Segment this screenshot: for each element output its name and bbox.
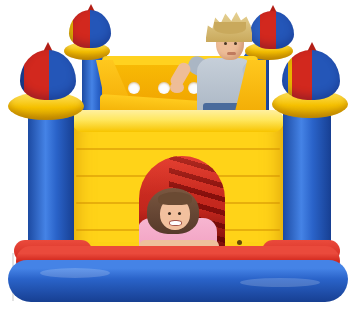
girl-hair-fringe bbox=[158, 192, 192, 205]
entrance-arch bbox=[139, 156, 225, 254]
boy-left-eye bbox=[224, 42, 227, 45]
boy-mouth bbox=[227, 52, 236, 55]
base-highlight bbox=[240, 278, 320, 287]
base-highlight bbox=[40, 268, 110, 278]
girl-left-eye bbox=[168, 212, 171, 215]
porthole-1 bbox=[128, 82, 140, 94]
front-right-tower-dome bbox=[282, 50, 340, 100]
air-valve bbox=[237, 240, 242, 245]
girl-mouth bbox=[170, 221, 181, 225]
front-left-tower-dome bbox=[20, 50, 76, 100]
boy-hair-fringe bbox=[214, 22, 246, 34]
boy-left-hand bbox=[170, 82, 184, 93]
boy-right-eye bbox=[234, 42, 237, 45]
front-right-tower-column bbox=[283, 104, 331, 254]
back-right-tower-dome bbox=[250, 11, 294, 49]
girl-right-eye bbox=[178, 212, 181, 215]
porthole-2 bbox=[158, 82, 170, 94]
bounce-castle-photo bbox=[0, 0, 354, 320]
wall-seam bbox=[76, 148, 280, 150]
front-left-tower-column bbox=[28, 104, 74, 254]
back-left-tower-dome bbox=[69, 10, 111, 48]
front-wall-top-tube bbox=[72, 110, 284, 132]
